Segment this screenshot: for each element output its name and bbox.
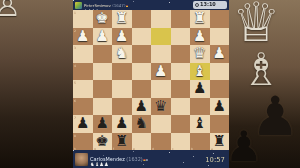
black-queen-piece: ♛ <box>151 98 171 116</box>
square-g3[interactable] <box>93 45 113 63</box>
square-b3[interactable]: ♛ <box>190 45 210 63</box>
square-f2[interactable]: ♟ <box>112 28 132 46</box>
black-knight-piece: ♞ <box>132 115 152 133</box>
rank-label-7: 7 <box>74 116 76 119</box>
square-h3[interactable]: 3 <box>73 45 93 63</box>
bottom-player-name: CarlosMendez (1632) <box>90 158 148 161</box>
square-a3[interactable]: ♟ <box>210 45 230 63</box>
starfield-decoration <box>73 150 74 151</box>
square-f5[interactable] <box>112 80 132 98</box>
square-c1[interactable] <box>171 10 191 28</box>
square-b7[interactable]: ♝ <box>190 115 210 133</box>
white-king-piece: ♚ <box>93 10 113 28</box>
black-pawn-piece: ♟ <box>93 115 113 133</box>
square-e4[interactable] <box>132 63 152 81</box>
square-a8[interactable]: a♜ <box>210 133 230 151</box>
white-rook-piece: ♜ <box>112 10 132 28</box>
square-f1[interactable]: ♜ <box>112 10 132 28</box>
rank-label-4: 4 <box>74 64 76 67</box>
square-g5[interactable] <box>93 80 113 98</box>
square-d3[interactable] <box>151 45 171 63</box>
rank-label-1: 1 <box>74 11 76 14</box>
square-d7[interactable] <box>151 115 171 133</box>
square-h6[interactable]: 6 <box>73 98 93 116</box>
square-d2[interactable] <box>151 28 171 46</box>
square-g7[interactable]: ♟ <box>93 115 113 133</box>
bottom-player-captured-pieces: ♞♝♟♟ <box>90 163 109 167</box>
chess-board[interactable]: 1♚♜♜2♟♟♟♟3♞♛♟4♟♝5♟6♟♛♟7♟♟♟♞♝8hg♚f♜edcba♜ <box>73 10 229 150</box>
square-f6[interactable] <box>112 98 132 116</box>
background-pawn-icon: ♙ <box>0 0 21 21</box>
black-pawn-piece: ♟ <box>210 98 230 116</box>
top-player-rating: (1647) <box>112 3 125 8</box>
black-pawn-piece: ♟ <box>132 98 152 116</box>
rank-label-8: 8 <box>74 134 76 137</box>
top-player-clock: 13:10 <box>193 1 227 9</box>
white-rook-piece: ♜ <box>190 10 210 28</box>
bottom-player-badge-icon <box>146 159 148 161</box>
square-e7[interactable]: ♞ <box>132 115 152 133</box>
square-d8[interactable]: d <box>151 133 171 151</box>
white-queen-piece: ♛ <box>190 45 210 63</box>
square-b6[interactable] <box>190 98 210 116</box>
square-d4[interactable]: ♟ <box>151 63 171 81</box>
square-b8[interactable]: b <box>190 133 210 151</box>
square-c6[interactable] <box>171 98 191 116</box>
square-e6[interactable]: ♟ <box>132 98 152 116</box>
white-pawn-piece: ♟ <box>112 28 132 46</box>
square-h8[interactable]: 8h <box>73 133 93 151</box>
square-g1[interactable]: ♚ <box>93 10 113 28</box>
background-pawn-small-icon: ♟ <box>229 126 263 168</box>
screenshot-stage: ♙ ♕ ♗ ♟ ♟ PeterSmirnov (1647) ♞♝♟♟ 13:10 <box>0 0 300 168</box>
square-e2[interactable] <box>132 28 152 46</box>
rank-label-2: 2 <box>74 29 76 32</box>
square-g8[interactable]: g♚ <box>93 133 113 151</box>
black-rook-piece: ♜ <box>112 133 132 151</box>
background-left-strip: ♙ <box>0 0 73 168</box>
square-c3[interactable] <box>171 45 191 63</box>
white-bishop-piece: ♝ <box>190 63 210 81</box>
bottom-player-rating: (1632) <box>126 156 142 162</box>
square-b5[interactable]: ♟ <box>190 80 210 98</box>
square-e8[interactable]: e <box>132 133 152 151</box>
top-player-name: PeterSmirnov (1647) <box>84 5 128 7</box>
square-h5[interactable]: 5 <box>73 80 93 98</box>
square-h7[interactable]: 7♟ <box>73 115 93 133</box>
bottom-player-clock-time: 10:57 <box>205 156 225 162</box>
white-pawn-piece: ♟ <box>190 28 210 46</box>
square-c5[interactable] <box>171 80 191 98</box>
square-f3[interactable]: ♞ <box>112 45 132 63</box>
square-g6[interactable] <box>93 98 113 116</box>
square-b4[interactable]: ♝ <box>190 63 210 81</box>
top-player-bar[interactable]: PeterSmirnov (1647) ♞♝♟♟ 13:10 <box>73 0 229 10</box>
top-player-flag-icon <box>126 5 128 7</box>
rank-label-3: 3 <box>74 46 76 49</box>
top-player-avatar[interactable] <box>75 2 82 9</box>
square-f8[interactable]: f♜ <box>112 133 132 151</box>
square-a4[interactable] <box>210 63 230 81</box>
square-d6[interactable]: ♛ <box>151 98 171 116</box>
top-player-clock-time: 13:10 <box>200 3 216 8</box>
square-c8[interactable]: c <box>171 133 191 151</box>
square-e1[interactable] <box>132 10 152 28</box>
square-a7[interactable] <box>210 115 230 133</box>
square-h4[interactable]: 4 <box>73 63 93 81</box>
black-bishop-piece: ♝ <box>190 115 210 133</box>
square-d1[interactable] <box>151 10 171 28</box>
square-a2[interactable] <box>210 28 230 46</box>
white-pawn-piece: ♟ <box>151 63 171 81</box>
square-b1[interactable]: ♜ <box>190 10 210 28</box>
square-f7[interactable]: ♟ <box>112 115 132 133</box>
chess-app-screen: PeterSmirnov (1647) ♞♝♟♟ 13:10 1♚♜♜2♟♟♟♟… <box>73 0 229 168</box>
rank-label-5: 5 <box>74 81 76 84</box>
square-a5[interactable] <box>210 80 230 98</box>
square-e3[interactable] <box>132 45 152 63</box>
bottom-player-avatar[interactable] <box>75 153 88 166</box>
square-e5[interactable] <box>132 80 152 98</box>
bottom-player-bar[interactable]: CarlosMendez (1632) ♞♝♟♟ 10:57 <box>73 150 229 168</box>
square-f4[interactable] <box>112 63 132 81</box>
white-knight-piece: ♞ <box>112 45 132 63</box>
white-pawn-piece: ♟ <box>210 45 230 63</box>
black-pawn-piece: ♟ <box>190 80 210 98</box>
starfield-decoration <box>73 0 74 1</box>
square-h1[interactable]: 1 <box>73 10 93 28</box>
square-a1[interactable] <box>210 10 230 28</box>
background-right-strip: ♕ ♗ ♟ ♟ <box>229 0 300 168</box>
square-d5[interactable] <box>151 80 171 98</box>
square-c2[interactable] <box>171 28 191 46</box>
square-h2[interactable]: 2♟ <box>73 28 93 46</box>
black-pawn-piece: ♟ <box>112 115 132 133</box>
square-c7[interactable] <box>171 115 191 133</box>
rank-label-6: 6 <box>74 99 76 102</box>
square-g2[interactable]: ♟ <box>93 28 113 46</box>
square-b2[interactable]: ♟ <box>190 28 210 46</box>
square-a6[interactable]: ♟ <box>210 98 230 116</box>
square-g4[interactable] <box>93 63 113 81</box>
clock-icon <box>195 3 199 7</box>
square-c4[interactable] <box>171 63 191 81</box>
white-pawn-piece: ♟ <box>93 28 113 46</box>
